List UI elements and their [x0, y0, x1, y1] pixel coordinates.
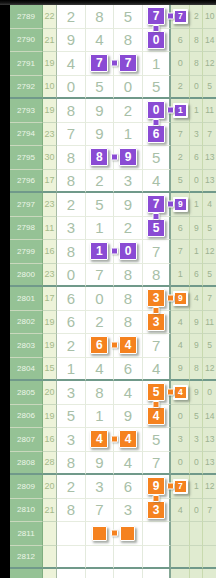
- digit-cell-1: 5: [57, 405, 86, 429]
- digit-cell-2: 7: [86, 52, 115, 76]
- digit-cell-1: 6: [57, 311, 86, 335]
- value: 12: [205, 363, 214, 373]
- digit: 4: [152, 360, 160, 377]
- digit: 2: [67, 196, 75, 213]
- digit-cell-4: 6: [143, 123, 172, 147]
- period-label: 2796: [17, 176, 35, 185]
- period-label: 2791: [17, 59, 35, 68]
- period-label: 2798: [17, 223, 35, 232]
- digit-cell-1: 3: [57, 217, 86, 241]
- digit: 3: [67, 219, 75, 236]
- highlight-box-small: 7: [173, 479, 188, 494]
- digit-cell-3: [114, 546, 143, 570]
- value: 4: [178, 340, 183, 350]
- digit-cell-4: [143, 569, 172, 578]
- digit-cell-4: 5: [143, 217, 172, 241]
- right-cell-2: 0: [190, 76, 203, 100]
- sum-value: 19: [44, 340, 54, 350]
- right-cell-1: 9: [171, 358, 190, 382]
- digit: 2: [67, 478, 75, 495]
- sum-cell: 28: [43, 452, 57, 476]
- digit-cell-3: 8: [114, 287, 143, 311]
- value: 3: [178, 434, 183, 444]
- digit-cell-1: 8: [57, 99, 86, 123]
- sum-cell: 15: [43, 358, 57, 382]
- period-label: 2805: [17, 388, 35, 397]
- sum-value: 21: [44, 35, 54, 45]
- digit-cell-2: 4: [86, 29, 115, 53]
- right-cell-3: 12: [203, 240, 216, 264]
- value: 5: [207, 223, 212, 233]
- digit-cell-3: [114, 569, 143, 578]
- digit: 5: [67, 407, 75, 424]
- digit-cell-2: 1: [86, 217, 115, 241]
- period-cell: 2812: [10, 546, 43, 570]
- right-cell-1: [171, 522, 190, 546]
- sum-cell: [43, 522, 57, 546]
- right-cell-3: 10: [203, 5, 216, 29]
- highlight-box: 9: [147, 477, 165, 495]
- period-label: 2804: [17, 364, 35, 373]
- right-cell-2: 9: [190, 334, 203, 358]
- value: 4: [178, 505, 183, 515]
- value: 0: [178, 411, 183, 421]
- table-row: 2792 10 0 5 0 5 2 0 5: [10, 76, 216, 100]
- digit: 9: [95, 102, 103, 119]
- connector-vertical-icon: [153, 119, 160, 126]
- right-cell-1: 1: [171, 264, 190, 288]
- digit-cell-3: 8: [114, 29, 143, 53]
- period-cell: 2813: [10, 569, 43, 578]
- sum-cell: 23: [43, 123, 57, 147]
- highlight-box: 3: [147, 313, 165, 331]
- digit: 7: [152, 337, 160, 354]
- digit: 0: [67, 78, 75, 95]
- digit-cell-1: 0: [57, 264, 86, 288]
- table-row: 2794 23 7 9 1 6 7 3 7: [10, 123, 216, 147]
- digit-cell-2: 6: [86, 334, 115, 358]
- digit-cell-1: [57, 569, 86, 578]
- right-cell-3: 13: [203, 170, 216, 194]
- digit-cell-4: 4: [143, 405, 172, 429]
- digit-cell-4: 8: [143, 264, 172, 288]
- digit-cell-4: 5: [143, 146, 172, 170]
- digit: 3: [124, 172, 132, 189]
- digit: 9: [124, 407, 132, 424]
- right-cell-2: 0: [190, 170, 203, 194]
- lottery-trend-chart: 2789 22 2 8 5 7 7 2 10 2790 21 9 4 8 0 6…: [10, 5, 216, 578]
- period-label: 2808: [17, 458, 35, 467]
- digit: 7: [95, 501, 103, 518]
- digit-cell-4: 7: [143, 193, 172, 217]
- right-cell-3: 13: [203, 428, 216, 452]
- right-cell-2: 8: [190, 29, 203, 53]
- value: 12: [205, 481, 214, 491]
- value: 1: [194, 246, 199, 256]
- digit: 9: [124, 196, 132, 213]
- connector-horizontal-icon: [167, 107, 174, 114]
- connector-vertical-icon: [153, 307, 160, 314]
- value: 7: [178, 129, 183, 139]
- digit-cell-2: [86, 569, 115, 578]
- right-cell-3: 4: [203, 193, 216, 217]
- right-cell-2: 1: [190, 193, 203, 217]
- value: 9: [194, 317, 199, 327]
- digit-cell-3: 2: [114, 99, 143, 123]
- digit-cell-1: 6: [57, 287, 86, 311]
- period-cell: 2809: [10, 475, 43, 499]
- right-cell-2: 1: [190, 240, 203, 264]
- period-label: 2793: [17, 106, 35, 115]
- digit: 4: [67, 55, 75, 72]
- connector-horizontal-icon: [111, 248, 118, 255]
- digit-cell-3: 4: [114, 452, 143, 476]
- connector-horizontal-icon: [111, 60, 118, 67]
- sum-value: 23: [44, 269, 54, 279]
- sum-cell: 30: [43, 146, 57, 170]
- digit: 7: [152, 243, 160, 260]
- period-label: 2797: [17, 200, 35, 209]
- digit-cell-2: 8: [86, 5, 115, 29]
- period-cell: 2801: [10, 287, 43, 311]
- right-cell-1: 3: [171, 428, 190, 452]
- digit-cell-3: [114, 522, 143, 546]
- highlight-box: 7: [90, 54, 108, 72]
- value: 13: [205, 457, 214, 467]
- digit: 8: [95, 8, 103, 25]
- value: 9: [178, 363, 183, 373]
- highlight-box: 3: [147, 289, 165, 307]
- period-label: 2807: [17, 435, 35, 444]
- connector-horizontal-icon: [167, 389, 174, 396]
- connector-horizontal-icon: [111, 530, 118, 537]
- digit: 4: [124, 454, 132, 471]
- highlight-box-small: 7: [173, 9, 188, 24]
- sum-value: 15: [44, 363, 54, 373]
- right-cell-1: [171, 546, 190, 570]
- right-cell-1: 4: [171, 499, 190, 523]
- right-cell-3: 12: [203, 358, 216, 382]
- digit: 5: [152, 78, 160, 95]
- right-cell-3: [203, 522, 216, 546]
- digit-cell-1: 8: [57, 499, 86, 523]
- sum-cell: 19: [43, 311, 57, 335]
- table-row: 2810 21 8 7 3 3 4 0 7: [10, 499, 216, 523]
- digit: 4: [95, 31, 103, 48]
- value: 0: [194, 457, 199, 467]
- period-cell: 2792: [10, 76, 43, 100]
- digit-cell-3: 3: [114, 499, 143, 523]
- highlight-box: 9: [119, 148, 137, 166]
- sum-cell: 17: [43, 287, 57, 311]
- right-cell-2: 6: [190, 264, 203, 288]
- value: 8: [194, 58, 199, 68]
- highlight-box: 7: [119, 54, 137, 72]
- digit-cell-3: 0: [114, 240, 143, 264]
- right-cell-3: 5: [203, 264, 216, 288]
- digit-cell-2: 4: [86, 358, 115, 382]
- digit-cell-3: 4: [114, 334, 143, 358]
- digit: 8: [124, 266, 132, 283]
- right-cell-2: 8: [190, 52, 203, 76]
- digit-cell-1: 3: [57, 381, 86, 405]
- digit-cell-4: 4: [143, 170, 172, 194]
- highlight-box-small: 4: [173, 385, 188, 400]
- period-cell: 2794: [10, 123, 43, 147]
- digit: 8: [67, 149, 75, 166]
- sum-cell: 19: [43, 52, 57, 76]
- highlight-box: 4: [119, 336, 137, 354]
- value: 9: [194, 387, 199, 397]
- digit-cell-3: 4: [114, 381, 143, 405]
- value: 7: [207, 293, 212, 303]
- table-row: 2796 17 8 2 3 4 5 0 13: [10, 170, 216, 194]
- value: 5: [194, 411, 199, 421]
- digit-cell-3: 8: [114, 311, 143, 335]
- period-cell: 2807: [10, 428, 43, 452]
- right-cell-3: 13: [203, 146, 216, 170]
- connector-vertical-icon: [153, 401, 160, 408]
- connector-horizontal-icon: [167, 201, 174, 208]
- period-cell: 2793: [10, 99, 43, 123]
- sum-value: 28: [44, 457, 54, 467]
- connector-horizontal-icon: [111, 342, 118, 349]
- value: 0: [207, 387, 212, 397]
- digit-cell-1: 0: [57, 76, 86, 100]
- table-row: 2811: [10, 522, 216, 546]
- digit-cell-4: 1: [143, 52, 172, 76]
- highlight-box-small: 1: [173, 103, 188, 118]
- value: 13: [205, 434, 214, 444]
- right-cell-2: 1: [190, 99, 203, 123]
- value: 11: [205, 105, 214, 115]
- right-cell-3: 12: [203, 52, 216, 76]
- digit: 7: [67, 125, 75, 142]
- highlight-box: 0: [119, 242, 137, 260]
- right-cell-3: 7: [203, 123, 216, 147]
- period-cell: 2800: [10, 264, 43, 288]
- digit-cell-2: 4: [86, 428, 115, 452]
- digit: 2: [95, 172, 103, 189]
- right-cell-2: 0: [190, 499, 203, 523]
- table-row: 2798 11 3 1 2 5 6 9 5: [10, 217, 216, 241]
- digit: 2: [67, 8, 75, 25]
- digit-cell-3: 2: [114, 217, 143, 241]
- period-label: 2800: [17, 270, 35, 279]
- highlight-square: [92, 526, 107, 541]
- sum-value: 20: [44, 387, 54, 397]
- right-cell-3: 14: [203, 405, 216, 429]
- digit: 1: [95, 219, 103, 236]
- sum-cell: 19: [43, 405, 57, 429]
- digit-cell-4: 5: [143, 76, 172, 100]
- digit-cell-2: 3: [86, 475, 115, 499]
- right-cell-3: 14: [203, 29, 216, 53]
- table-row: 2807 16 3 4 4 5 3 3 13: [10, 428, 216, 452]
- digit-cell-1: 8: [57, 452, 86, 476]
- period-label: 2790: [17, 35, 35, 44]
- digit-cell-2: 7: [86, 264, 115, 288]
- digit: 9: [67, 31, 75, 48]
- digit-cell-1: 3: [57, 428, 86, 452]
- sum-cell: 19: [43, 334, 57, 358]
- right-cell-1: 6: [171, 217, 190, 241]
- value: 6: [178, 223, 183, 233]
- period-label: 2799: [17, 247, 35, 256]
- period-label: 2803: [17, 341, 35, 350]
- sum-value: 11: [45, 223, 54, 233]
- digit-cell-2: 2: [86, 170, 115, 194]
- digit-cell-1: 8: [57, 240, 86, 264]
- digit-cell-3: 3: [114, 170, 143, 194]
- value: 2: [194, 11, 199, 21]
- table-row: 2800 23 0 7 8 8 1 6 5: [10, 264, 216, 288]
- period-label: 2812: [17, 552, 35, 561]
- value: 3: [194, 129, 199, 139]
- right-cell-3: 7: [203, 287, 216, 311]
- table-row: 2799 16 8 1 0 7 7 1 12: [10, 240, 216, 264]
- period-cell: 2797: [10, 193, 43, 217]
- digit: 2: [124, 219, 132, 236]
- digit-cell-1: 8: [57, 146, 86, 170]
- digit-cell-3: 9: [114, 193, 143, 217]
- highlight-box: 5: [147, 219, 165, 237]
- right-cell-2: 5: [190, 405, 203, 429]
- digit: 1: [95, 407, 103, 424]
- right-cell-3: 0: [203, 381, 216, 405]
- period-cell: 2795: [10, 146, 43, 170]
- sum-cell: 22: [43, 5, 57, 29]
- digit: 5: [95, 196, 103, 213]
- value: 14: [205, 411, 214, 421]
- sum-cell: [43, 546, 57, 570]
- sum-value: 19: [44, 58, 54, 68]
- right-cell-3: 11: [203, 311, 216, 335]
- connector-vertical-icon: [153, 495, 160, 502]
- value: 9: [194, 223, 199, 233]
- digit-cell-4: 5: [143, 428, 172, 452]
- digit: 5: [152, 431, 160, 448]
- right-cell-3: [203, 569, 216, 578]
- period-cell: 2799: [10, 240, 43, 264]
- table-row: 2805 20 3 8 4 5 4 9 0: [10, 381, 216, 405]
- right-cell-1: 0: [171, 405, 190, 429]
- right-cell-1: 4: [171, 311, 190, 335]
- right-cell-1: 0: [171, 52, 190, 76]
- digit: 0: [67, 266, 75, 283]
- table-row: 2803 19 2 6 4 7 4 9 5: [10, 334, 216, 358]
- digit-cell-2: 8: [86, 381, 115, 405]
- right-cell-3: 13: [203, 452, 216, 476]
- digit-cell-1: 8: [57, 170, 86, 194]
- period-label: 2806: [17, 411, 35, 420]
- table-row: 2809 20 2 3 6 9 7 1 12: [10, 475, 216, 499]
- value: 8: [194, 363, 199, 373]
- highlight-box: 4: [90, 430, 108, 448]
- period-cell: 2789: [10, 5, 43, 29]
- digit-cell-2: 9: [86, 452, 115, 476]
- value: 1: [194, 105, 199, 115]
- digit: 1: [124, 125, 132, 142]
- period-label: 2795: [17, 153, 35, 162]
- digit: 3: [95, 478, 103, 495]
- digit-cell-3: 9: [114, 405, 143, 429]
- digit-cell-3: 7: [114, 52, 143, 76]
- right-cell-2: 8: [190, 358, 203, 382]
- value: 1: [194, 199, 199, 209]
- digit: 2: [124, 102, 132, 119]
- right-cell-3: 7: [203, 499, 216, 523]
- period-label: 2810: [17, 505, 35, 514]
- digit: 0: [124, 78, 132, 95]
- highlight-box: 4: [119, 430, 137, 448]
- digit-cell-4: 9: [143, 475, 172, 499]
- highlight-box: 8: [90, 148, 108, 166]
- sum-cell: 17: [43, 170, 57, 194]
- value: 0: [178, 58, 183, 68]
- sum-cell: [43, 569, 57, 578]
- table-row: 2804 15 1 4 6 4 9 8 12: [10, 358, 216, 382]
- right-cell-2: [190, 546, 203, 570]
- connector-horizontal-icon: [111, 436, 118, 443]
- connector-horizontal-icon: [167, 13, 174, 20]
- digit-cell-1: 7: [57, 123, 86, 147]
- digit-cell-4: 7: [143, 452, 172, 476]
- digit-cell-3: 8: [114, 264, 143, 288]
- digit: 4: [95, 360, 103, 377]
- digit-cell-1: [57, 546, 86, 570]
- digit-cell-4: 5: [143, 381, 172, 405]
- connector-vertical-icon: [153, 213, 160, 220]
- right-cell-3: [203, 546, 216, 570]
- digit-cell-4: 4: [143, 358, 172, 382]
- period-cell: 2811: [10, 522, 43, 546]
- digit: 8: [67, 454, 75, 471]
- value: 10: [205, 11, 214, 21]
- connector-horizontal-icon: [111, 154, 118, 161]
- highlight-box: 1: [90, 242, 108, 260]
- value: 8: [194, 35, 199, 45]
- digit-cell-4: [143, 546, 172, 570]
- sum-value: 17: [44, 175, 54, 185]
- digit-cell-2: 1: [86, 240, 115, 264]
- table-row: 2790 21 9 4 8 0 6 8 14: [10, 29, 216, 53]
- sum-value: 19: [44, 411, 54, 421]
- right-cell-1: 2: [171, 76, 190, 100]
- table-row: 2802 19 6 2 8 3 4 9 11: [10, 311, 216, 335]
- right-cell-2: 1: [190, 475, 203, 499]
- digit: 7: [95, 266, 103, 283]
- period-label: 2811: [17, 529, 34, 538]
- right-cell-1: 6: [171, 29, 190, 53]
- digit: 5: [152, 149, 160, 166]
- period-cell: 2790: [10, 29, 43, 53]
- value: 9: [194, 340, 199, 350]
- highlight-box: 6: [147, 125, 165, 143]
- digit-cell-1: 9: [57, 29, 86, 53]
- digit-cell-2: 5: [86, 193, 115, 217]
- sum-cell: 11: [43, 217, 57, 241]
- highlight-box: 3: [147, 501, 165, 519]
- table-row: 2795 30 8 8 9 5 2 6 13: [10, 146, 216, 170]
- value: 3: [194, 434, 199, 444]
- digit-cell-1: 2: [57, 193, 86, 217]
- table-row: 2789 22 2 8 5 7 7 2 10: [10, 5, 216, 29]
- sum-cell: 20: [43, 381, 57, 405]
- highlight-box: 5: [147, 383, 165, 401]
- highlight-box: 0: [147, 101, 165, 119]
- digit-cell-2: [86, 522, 115, 546]
